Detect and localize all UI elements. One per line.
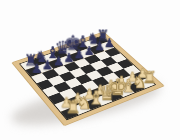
white-rook[interactable]: ♜ bbox=[59, 99, 87, 117]
black-pawn[interactable]: ♟ bbox=[24, 62, 50, 75]
chess-set-photo: ♜♞♝♛♚♝♞♜♟♟♟♟♟♟♟♟♟♟♟♟♟♟♟♟♜♞♝♛♚♝♞♜ bbox=[0, 0, 180, 140]
square-a1[interactable]: ♜ bbox=[61, 107, 79, 119]
